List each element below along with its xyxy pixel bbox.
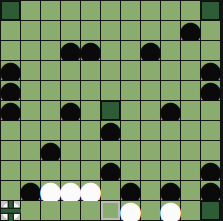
cell-c10[interactable] <box>41 21 60 40</box>
cell-c4[interactable]: ● <box>41 141 60 160</box>
cell-e5[interactable] <box>81 121 100 140</box>
cell-k10[interactable] <box>201 21 220 40</box>
cell-c2[interactable]: ● <box>41 181 60 200</box>
attacker-stone: ● <box>139 41 163 60</box>
cell-k11[interactable] <box>201 1 220 20</box>
cell-i6[interactable]: ● <box>161 101 180 120</box>
cell-g7[interactable] <box>121 81 140 100</box>
cell-a4[interactable] <box>1 141 20 160</box>
cell-c6[interactable] <box>41 101 60 120</box>
cell-g11[interactable] <box>121 1 140 20</box>
cell-h6[interactable] <box>141 101 160 120</box>
cell-a1[interactable] <box>1 201 20 220</box>
cell-b11[interactable] <box>21 1 40 20</box>
cell-b8[interactable] <box>21 61 40 80</box>
attacker-stone: ● <box>179 21 203 40</box>
cell-i1[interactable]: ● <box>161 201 180 220</box>
cell-h11[interactable] <box>141 1 160 20</box>
cell-b10[interactable] <box>21 21 40 40</box>
cell-j4[interactable] <box>181 141 200 160</box>
cell-j7[interactable] <box>181 81 200 100</box>
cell-k7[interactable]: ● <box>201 81 220 100</box>
cell-i9[interactable] <box>161 41 180 60</box>
cell-e7[interactable] <box>81 81 100 100</box>
defender-stone: ● <box>119 201 143 220</box>
cell-i4[interactable] <box>161 141 180 160</box>
hnefatafl-board: ●●●●●●●●●●●●●●●●●●●●●●●● <box>0 0 221 221</box>
cell-h1[interactable] <box>141 201 160 220</box>
defender-stone: ● <box>79 181 103 200</box>
cell-g6[interactable] <box>121 101 140 120</box>
cell-a3[interactable] <box>1 161 20 180</box>
attacker-stone: ● <box>99 121 123 140</box>
attacker-stone: ● <box>79 41 103 60</box>
cell-b4[interactable] <box>21 141 40 160</box>
attacker-stone: ● <box>39 141 63 160</box>
cell-d1[interactable] <box>61 201 80 220</box>
cell-c1[interactable] <box>41 201 60 220</box>
cell-g4[interactable] <box>121 141 140 160</box>
cell-k1[interactable] <box>201 201 220 220</box>
cell-h3[interactable] <box>141 161 160 180</box>
attacker-stone: ● <box>59 101 83 120</box>
cell-a11[interactable] <box>1 1 20 20</box>
cell-i10[interactable] <box>161 21 180 40</box>
cell-e4[interactable] <box>81 141 100 160</box>
cell-j1[interactable] <box>181 201 200 220</box>
attacker-stone: ● <box>199 181 223 200</box>
cell-d11[interactable] <box>61 1 80 20</box>
cell-c8[interactable] <box>41 61 60 80</box>
cell-f3[interactable]: ● <box>101 161 120 180</box>
cell-g5[interactable] <box>121 121 140 140</box>
cell-d8[interactable] <box>61 61 80 80</box>
cell-g8[interactable] <box>121 61 140 80</box>
cell-k2[interactable]: ● <box>201 181 220 200</box>
cell-a5[interactable] <box>1 121 20 140</box>
cell-e9[interactable]: ● <box>81 41 100 60</box>
cell-d9[interactable]: ● <box>61 41 80 60</box>
attacker-stone: ● <box>199 81 223 100</box>
cell-k6[interactable] <box>201 101 220 120</box>
cell-i5[interactable] <box>161 121 180 140</box>
cell-k5[interactable] <box>201 121 220 140</box>
cell-h5[interactable] <box>141 121 160 140</box>
cell-i8[interactable] <box>161 61 180 80</box>
cell-c11[interactable] <box>41 1 60 20</box>
cell-c9[interactable] <box>41 41 60 60</box>
king-cross-horizontal <box>1 207 21 214</box>
cell-j3[interactable] <box>181 161 200 180</box>
cell-b7[interactable] <box>21 81 40 100</box>
cell-j10[interactable]: ● <box>181 21 200 40</box>
attacker-stone: ● <box>159 101 183 120</box>
cell-f2[interactable] <box>101 181 120 200</box>
cell-h8[interactable] <box>141 61 160 80</box>
cell-b1[interactable] <box>21 201 40 220</box>
cell-b5[interactable] <box>21 121 40 140</box>
cell-e1[interactable] <box>81 201 100 220</box>
cell-e6[interactable] <box>81 101 100 120</box>
cell-e11[interactable] <box>81 1 100 20</box>
cell-h4[interactable] <box>141 141 160 160</box>
cell-j9[interactable] <box>181 41 200 60</box>
cell-c7[interactable] <box>41 81 60 100</box>
king-piece <box>1 201 20 220</box>
cell-d4[interactable] <box>61 141 80 160</box>
cell-b2[interactable]: ● <box>21 181 40 200</box>
cell-a6[interactable]: ● <box>1 101 20 120</box>
cell-f10[interactable] <box>101 21 120 40</box>
cell-h2[interactable] <box>141 181 160 200</box>
cell-g10[interactable] <box>121 21 140 40</box>
cell-h9[interactable]: ● <box>141 41 160 60</box>
cell-e8[interactable] <box>81 61 100 80</box>
cell-j2[interactable] <box>181 181 200 200</box>
cell-e2[interactable]: ● <box>81 181 100 200</box>
defender-stone: ● <box>159 201 183 220</box>
cell-j6[interactable] <box>181 101 200 120</box>
attacker-stone: ● <box>0 101 22 120</box>
cell-f9[interactable] <box>101 41 120 60</box>
cell-a10[interactable] <box>1 21 20 40</box>
cell-f7[interactable] <box>101 81 120 100</box>
cell-h7[interactable] <box>141 81 160 100</box>
cell-j5[interactable] <box>181 121 200 140</box>
cell-f5[interactable]: ● <box>101 121 120 140</box>
cell-j8[interactable] <box>181 61 200 80</box>
cell-i11[interactable] <box>161 1 180 20</box>
cell-b9[interactable] <box>21 41 40 60</box>
cell-g9[interactable] <box>121 41 140 60</box>
cell-g1[interactable]: ● <box>121 201 140 220</box>
cell-a2[interactable] <box>1 181 20 200</box>
cell-f11[interactable] <box>101 1 120 20</box>
cell-f1[interactable] <box>101 201 120 220</box>
cell-b6[interactable] <box>21 101 40 120</box>
cell-d5[interactable] <box>61 121 80 140</box>
cell-d6[interactable]: ● <box>61 101 80 120</box>
cell-f8[interactable] <box>101 61 120 80</box>
cell-d2[interactable]: ● <box>61 181 80 200</box>
